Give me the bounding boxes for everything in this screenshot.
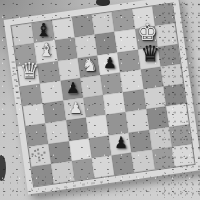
black-queen-g6: ♛ xyxy=(140,43,160,65)
chessboard-photo-scene: ♝♝♚♛♞♟♛♟♟♟ xyxy=(0,0,200,200)
black-pawn-c5: ♟ xyxy=(66,81,79,96)
black-pawn-e6: ♟ xyxy=(103,55,116,70)
square-h1 xyxy=(172,144,195,167)
square-b1 xyxy=(51,161,74,184)
black-bishop-b8: ♝ xyxy=(36,21,52,39)
white-pawn-c4: ♟ xyxy=(69,101,82,116)
white-knight-d6: ♞ xyxy=(82,55,98,73)
square-e1 xyxy=(111,152,134,175)
square-f1 xyxy=(132,150,155,173)
square-d1 xyxy=(91,155,114,178)
black-pawn-e2: ♟ xyxy=(114,136,127,151)
maker-emblem-icon xyxy=(33,147,47,163)
square-a1 xyxy=(31,164,54,187)
chessboard: ♝♝♚♛♞♟♛♟♟♟ xyxy=(4,0,200,194)
square-g1 xyxy=(152,147,175,170)
white-bishop-b7: ♝ xyxy=(39,41,55,59)
square-c1 xyxy=(71,158,94,181)
white-queen-a6: ♛ xyxy=(20,60,40,82)
dark-smudge-bottom-left xyxy=(0,155,6,181)
